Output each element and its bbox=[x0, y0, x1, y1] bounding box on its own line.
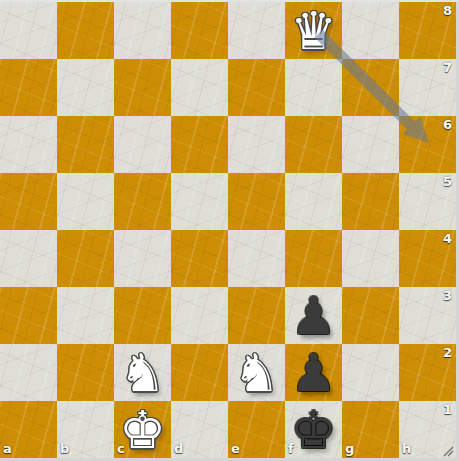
square-g8[interactable] bbox=[342, 2, 399, 59]
square-h3[interactable] bbox=[399, 287, 456, 344]
square-a4[interactable] bbox=[0, 230, 57, 287]
square-c8[interactable] bbox=[114, 2, 171, 59]
square-d6[interactable] bbox=[171, 116, 228, 173]
square-a5[interactable] bbox=[0, 173, 57, 230]
square-g5[interactable] bbox=[342, 173, 399, 230]
square-e5[interactable] bbox=[228, 173, 285, 230]
square-a2[interactable] bbox=[0, 344, 57, 401]
chess-board-app: ♛♟♞♞♟♚♚abcdefgh12345678 bbox=[0, 0, 459, 461]
square-h4[interactable] bbox=[399, 230, 456, 287]
white-knight[interactable]: ♞ bbox=[228, 344, 285, 401]
square-e4[interactable] bbox=[228, 230, 285, 287]
square-d2[interactable] bbox=[171, 344, 228, 401]
square-a8[interactable] bbox=[0, 2, 57, 59]
square-a1[interactable] bbox=[0, 401, 57, 458]
black-pawn[interactable]: ♟ bbox=[285, 287, 342, 344]
square-d4[interactable] bbox=[171, 230, 228, 287]
square-f6[interactable] bbox=[285, 116, 342, 173]
square-b6[interactable] bbox=[57, 116, 114, 173]
white-king[interactable]: ♚ bbox=[114, 401, 171, 458]
square-c5[interactable] bbox=[114, 173, 171, 230]
square-g2[interactable] bbox=[342, 344, 399, 401]
square-g3[interactable] bbox=[342, 287, 399, 344]
square-c6[interactable] bbox=[114, 116, 171, 173]
square-e1[interactable] bbox=[228, 401, 285, 458]
square-g6[interactable] bbox=[342, 116, 399, 173]
square-b4[interactable] bbox=[57, 230, 114, 287]
square-g4[interactable] bbox=[342, 230, 399, 287]
square-e8[interactable] bbox=[228, 2, 285, 59]
square-d5[interactable] bbox=[171, 173, 228, 230]
white-queen[interactable]: ♛ bbox=[285, 2, 342, 59]
square-h7[interactable] bbox=[399, 59, 456, 116]
resize-handle-icon[interactable] bbox=[442, 445, 454, 457]
square-a3[interactable] bbox=[0, 287, 57, 344]
square-h6[interactable] bbox=[399, 116, 456, 173]
square-e6[interactable] bbox=[228, 116, 285, 173]
square-f5[interactable] bbox=[285, 173, 342, 230]
square-d1[interactable] bbox=[171, 401, 228, 458]
square-h8[interactable] bbox=[399, 2, 456, 59]
square-d7[interactable] bbox=[171, 59, 228, 116]
square-g1[interactable] bbox=[342, 401, 399, 458]
square-b5[interactable] bbox=[57, 173, 114, 230]
square-f4[interactable] bbox=[285, 230, 342, 287]
square-e3[interactable] bbox=[228, 287, 285, 344]
board: ♛♟♞♞♟♚♚abcdefgh12345678 bbox=[0, 2, 456, 458]
square-d8[interactable] bbox=[171, 2, 228, 59]
square-b7[interactable] bbox=[57, 59, 114, 116]
white-knight[interactable]: ♞ bbox=[114, 344, 171, 401]
black-king[interactable]: ♚ bbox=[285, 401, 342, 458]
square-c3[interactable] bbox=[114, 287, 171, 344]
square-c7[interactable] bbox=[114, 59, 171, 116]
square-c4[interactable] bbox=[114, 230, 171, 287]
square-f7[interactable] bbox=[285, 59, 342, 116]
square-e7[interactable] bbox=[228, 59, 285, 116]
square-g7[interactable] bbox=[342, 59, 399, 116]
square-h5[interactable] bbox=[399, 173, 456, 230]
square-a7[interactable] bbox=[0, 59, 57, 116]
square-b2[interactable] bbox=[57, 344, 114, 401]
square-b3[interactable] bbox=[57, 287, 114, 344]
black-pawn[interactable]: ♟ bbox=[285, 344, 342, 401]
square-h2[interactable] bbox=[399, 344, 456, 401]
square-b1[interactable] bbox=[57, 401, 114, 458]
square-b8[interactable] bbox=[57, 2, 114, 59]
square-d3[interactable] bbox=[171, 287, 228, 344]
square-a6[interactable] bbox=[0, 116, 57, 173]
